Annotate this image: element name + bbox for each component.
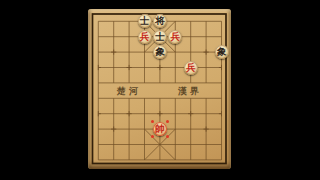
piece-black-advisor-1[interactable]: 士 xyxy=(138,14,152,28)
piece-black-advisor-2[interactable]: 士 xyxy=(153,30,167,44)
app-background: 楚河 漢界 士将兵士兵象象兵帥 xyxy=(0,0,320,180)
last-move-indicator-dot xyxy=(151,135,154,138)
piece-red-general[interactable]: 帥 xyxy=(153,122,167,136)
piece-red-soldier-3[interactable]: 兵 xyxy=(184,61,198,75)
piece-red-soldier-1[interactable]: 兵 xyxy=(138,30,152,44)
piece-black-elephant-1[interactable]: 象 xyxy=(153,45,167,59)
piece-black-elephant-2[interactable]: 象 xyxy=(215,45,229,59)
river-label-right: 漢界 xyxy=(178,85,202,97)
last-move-indicator-dot xyxy=(166,120,169,123)
last-move-indicator-dot xyxy=(151,120,154,123)
last-move-indicator-dot xyxy=(166,135,169,138)
xiangqi-board[interactable]: 楚河 漢界 士将兵士兵象象兵帥 xyxy=(88,9,231,169)
river-label-left: 楚河 xyxy=(117,85,141,97)
piece-red-soldier-2[interactable]: 兵 xyxy=(168,30,182,44)
